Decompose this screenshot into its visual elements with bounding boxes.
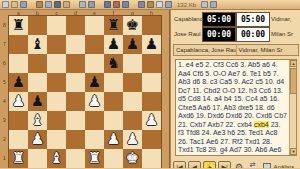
black-knight-f6[interactable]: ♞ — [107, 54, 120, 73]
square-a7[interactable] — [9, 35, 28, 54]
move-list[interactable]: 1. e4 e5 2. Cf3 Cc6 3. Ab5 a6 4. Aa4 Cf6… — [175, 59, 297, 156]
square-d5[interactable] — [66, 73, 85, 92]
board-squares: ♜♜♚♝♟♟♟♞♟♟♟♟♟♝♟♟♟♟♜♝♜♚ — [8, 15, 162, 168]
white-player-name-line1: Capablanca, — [173, 12, 202, 27]
black-main-clock: 05:00 — [236, 12, 270, 27]
white-main-clock: 05:00 — [202, 12, 236, 27]
square-f5[interactable] — [104, 73, 123, 92]
square-c6[interactable] — [47, 54, 66, 73]
square-g4[interactable] — [123, 92, 142, 111]
board-icon[interactable] — [36, 1, 43, 8]
toolbar-status: 132 Kb — [177, 2, 196, 8]
square-e3[interactable] — [85, 111, 104, 130]
black-player-header: Vidmar, Milan Sr — [237, 45, 299, 55]
square-h6[interactable] — [142, 54, 161, 73]
help-icon[interactable] — [201, 1, 208, 8]
square-h8[interactable] — [142, 16, 161, 35]
square-h1[interactable] — [142, 149, 161, 168]
square-h3[interactable]: ♟ — [142, 111, 161, 130]
white-player-name-line2: Jose Raul — [173, 27, 202, 42]
black-pawn-b4[interactable]: ♟ — [31, 92, 44, 111]
square-b1[interactable] — [28, 149, 47, 168]
square-b4[interactable]: ♟ — [28, 92, 47, 111]
scroll-down-icon[interactable]: ▼ — [290, 148, 297, 155]
square-c3[interactable] — [47, 111, 66, 130]
square-g3[interactable] — [123, 111, 142, 130]
square-f6[interactable]: ♞ — [104, 54, 123, 73]
swap-button[interactable]: ⇄ Desc — [247, 162, 258, 169]
toolbar: 132 Kb — [0, 0, 300, 10]
moves-before[interactable]: 1. e4 e5 2. Cf3 Cc6 3. Ab5 a6 4. Aa4 Cf6… — [178, 61, 287, 128]
pieces-icon[interactable] — [54, 1, 61, 8]
paste-icon[interactable] — [88, 1, 95, 8]
first-move-button[interactable]: |◀ — [173, 161, 186, 168]
info-icon[interactable] — [210, 1, 217, 8]
black-bishop-b7[interactable]: ♝ — [31, 35, 44, 54]
rank-label-4: 4 — [1, 94, 8, 108]
square-h2[interactable] — [142, 130, 161, 149]
square-d1[interactable] — [66, 149, 85, 168]
square-e5[interactable]: ♟ — [85, 73, 104, 92]
rank-label-8: 8 — [1, 18, 8, 32]
black-rook-a8[interactable]: ♜ — [12, 16, 25, 35]
clock-panel: Capablanca, 05:00 05:00 Vidmar, Jose Rau… — [173, 12, 299, 42]
black-secondary-clock: 00:00 — [236, 27, 270, 42]
black-pawn-e5[interactable]: ♟ — [88, 73, 101, 92]
square-d6[interactable] — [66, 54, 85, 73]
white-pawn-f2[interactable]: ♟ — [107, 130, 120, 149]
move-text[interactable]: 1. e4 e5 2. Cf3 Cc6 3. Ab5 a6 4. Aa4 Cf6… — [178, 61, 288, 156]
square-f7[interactable]: ♟ — [104, 35, 123, 54]
analysis-toggle[interactable]: Análisis — [263, 163, 294, 168]
setup-position-icon[interactable] — [63, 1, 70, 8]
previous-move-button[interactable]: ◀ — [188, 161, 201, 168]
square-g5[interactable] — [123, 73, 142, 92]
square-g7[interactable]: ♟ — [123, 35, 142, 54]
white-pawn-h3[interactable]: ♟ — [145, 111, 158, 130]
white-bishop-b3[interactable]: ♝ — [31, 111, 44, 130]
rank-label-5: 5 — [1, 75, 8, 89]
network-icon[interactable] — [165, 1, 172, 8]
square-g2[interactable]: ♟ — [123, 130, 142, 149]
play-icon[interactable] — [122, 1, 129, 8]
square-a3[interactable] — [9, 111, 28, 130]
next-move-button[interactable]: ▶ — [203, 161, 216, 168]
black-king-g8[interactable]: ♚ — [126, 16, 139, 35]
black-player-name-line1: Vidmar, — [270, 12, 299, 27]
square-a2[interactable] — [9, 130, 28, 149]
white-pawn-g2[interactable]: ♟ — [126, 130, 139, 149]
square-a4[interactable]: ♟ — [9, 92, 28, 111]
square-d4[interactable] — [66, 92, 85, 111]
players-header: Capablanca, Jose Rau Vidmar, Milan Sr — [173, 44, 299, 56]
square-e8[interactable] — [85, 16, 104, 35]
rank-label-3: 3 — [1, 113, 8, 127]
square-h7[interactable]: ♟ — [142, 35, 161, 54]
square-a5[interactable]: ♟ — [9, 73, 28, 92]
black-pawn-h7[interactable]: ♟ — [145, 35, 158, 54]
square-d3[interactable] — [66, 111, 85, 130]
square-d7[interactable] — [66, 35, 85, 54]
white-bishop-c1[interactable]: ♝ — [50, 149, 63, 168]
rank-label-2: 2 — [1, 132, 8, 146]
square-f4[interactable] — [104, 92, 123, 111]
toolbar-icons — [2, 1, 172, 8]
back-icon[interactable] — [104, 1, 111, 8]
copy-icon[interactable] — [79, 1, 86, 8]
square-d2[interactable] — [66, 130, 85, 149]
swap-label: Desc — [247, 168, 258, 169]
square-c5[interactable] — [47, 73, 66, 92]
square-g6[interactable] — [123, 54, 142, 73]
square-c4[interactable] — [47, 92, 66, 111]
save-icon[interactable] — [20, 1, 27, 8]
clock-icon[interactable] — [156, 1, 163, 8]
white-secondary-clock: 00:00 — [202, 27, 236, 42]
flip-board-icon[interactable] — [45, 1, 52, 8]
square-d8[interactable] — [66, 16, 85, 35]
square-f2[interactable]: ♟ — [104, 130, 123, 149]
square-c1[interactable]: ♝ — [47, 149, 66, 168]
square-a1[interactable]: ♜ — [9, 149, 28, 168]
white-rook-a1[interactable]: ♜ — [12, 149, 25, 168]
rank-label-1: 1 — [1, 151, 8, 165]
square-e1[interactable]: ♜ — [85, 149, 104, 168]
engine-icon[interactable] — [138, 1, 145, 8]
analysis-icon — [263, 163, 271, 168]
square-g1[interactable]: ♚ — [123, 149, 142, 168]
analysis-label: Análisis — [273, 164, 294, 168]
current-move-highlight[interactable]: cxb4 — [254, 121, 269, 128]
square-c8[interactable] — [47, 16, 66, 35]
white-rook-e1[interactable]: ♜ — [88, 149, 101, 168]
black-player-name-line2: Milan Sr — [270, 27, 299, 42]
gear-icon[interactable]: ⚙ — [235, 161, 243, 168]
white-king-g1[interactable]: ♚ — [126, 149, 139, 168]
chess-board: abcdefgh 87654321 ♜♜♚♝♟♟♟♞♟♟♟♟♟♝♟♟♟♟♜♝♜♚ — [0, 10, 170, 168]
square-h5[interactable] — [142, 73, 161, 92]
square-e7[interactable] — [85, 35, 104, 54]
square-e4[interactable]: ♟ — [85, 92, 104, 111]
book-icon[interactable] — [147, 1, 154, 8]
square-c2[interactable] — [47, 130, 66, 149]
navigation-bar: |◀ ◀ ▶ ▶| ⚙ ⇄ Desc Análisis — [173, 158, 299, 168]
black-pawn-g7[interactable]: ♟ — [126, 35, 139, 54]
scroll-up-icon[interactable]: ▲ — [290, 60, 297, 67]
new-game-icon[interactable] — [2, 1, 9, 8]
square-b3[interactable]: ♝ — [28, 111, 47, 130]
square-b7[interactable]: ♝ — [28, 35, 47, 54]
black-pawn-a5[interactable]: ♟ — [12, 73, 25, 92]
rank-label-6: 6 — [1, 56, 8, 70]
stop-icon[interactable] — [113, 1, 120, 8]
square-e6[interactable] — [85, 54, 104, 73]
square-a8[interactable]: ♜ — [9, 16, 28, 35]
square-e2[interactable] — [85, 130, 104, 149]
square-c7[interactable] — [47, 35, 66, 54]
game-panel: Capablanca, 05:00 05:00 Vidmar, Jose Rau… — [170, 10, 300, 168]
black-rook-f8[interactable]: ♜ — [107, 16, 120, 35]
square-h4[interactable] — [142, 92, 161, 111]
square-b2[interactable]: ♟ — [28, 130, 47, 149]
white-pawn-e4[interactable]: ♟ — [88, 92, 101, 111]
square-b8[interactable] — [28, 16, 47, 35]
square-f1[interactable] — [104, 149, 123, 168]
move-list-scrollbar[interactable]: ▲ ▼ — [289, 60, 296, 155]
last-move-button[interactable]: ▶| — [218, 161, 231, 168]
white-pawn-a4[interactable]: ♟ — [12, 92, 25, 111]
white-pawn-b2[interactable]: ♟ — [31, 130, 44, 149]
square-b5[interactable] — [28, 73, 47, 92]
rank-label-7: 7 — [1, 37, 8, 51]
open-file-icon[interactable] — [11, 1, 18, 8]
black-pawn-f7[interactable]: ♟ — [107, 35, 120, 54]
scrollbar-thumb[interactable] — [290, 68, 297, 94]
white-player-header: Capablanca, Jose Rau — [174, 45, 237, 55]
square-a6[interactable] — [9, 54, 28, 73]
square-g8[interactable]: ♚ — [123, 16, 142, 35]
square-f3[interactable] — [104, 111, 123, 130]
square-f8[interactable]: ♜ — [104, 16, 123, 35]
square-b6[interactable] — [28, 54, 47, 73]
